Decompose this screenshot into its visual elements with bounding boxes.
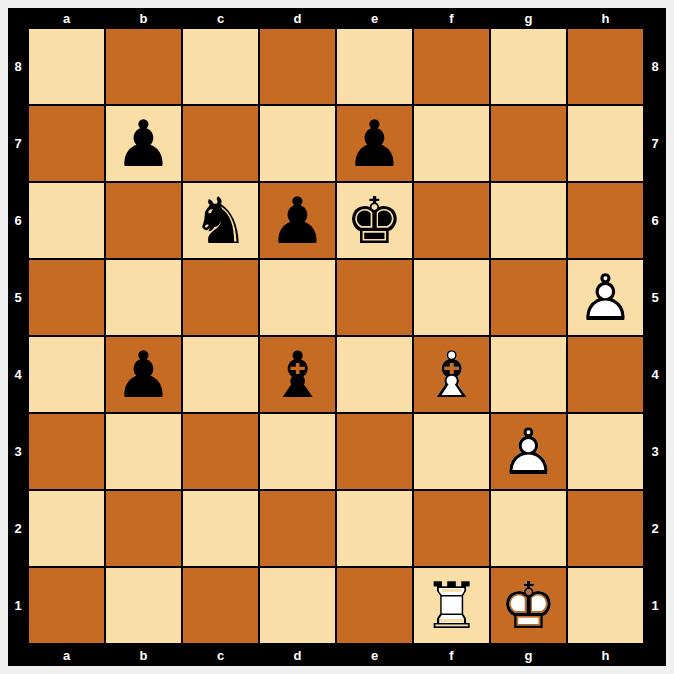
file-label-top-f: f — [413, 8, 490, 28]
square-e4[interactable] — [336, 336, 413, 413]
black-pawn-e7[interactable]: ♟ — [339, 108, 411, 180]
file-label-bottom-d: d — [259, 644, 336, 666]
white-king-g1[interactable]: ♚♔ — [493, 570, 565, 642]
square-g1[interactable]: ♚♔ — [490, 567, 567, 644]
square-c4[interactable] — [182, 336, 259, 413]
square-g6[interactable] — [490, 182, 567, 259]
file-label-top-a: a — [28, 8, 105, 28]
square-f5[interactable] — [413, 259, 490, 336]
file-label-bottom-f: f — [413, 644, 490, 666]
square-e8[interactable] — [336, 28, 413, 105]
file-label-top-c: c — [182, 8, 259, 28]
rank-label-left-2: 2 — [8, 490, 28, 567]
square-a1[interactable] — [28, 567, 105, 644]
file-label-bottom-h: h — [567, 644, 644, 666]
square-c5[interactable] — [182, 259, 259, 336]
file-label-bottom-g: g — [490, 644, 567, 666]
square-b8[interactable] — [105, 28, 182, 105]
square-c8[interactable] — [182, 28, 259, 105]
rank-label-right-2: 2 — [644, 490, 666, 567]
square-c1[interactable] — [182, 567, 259, 644]
square-a2[interactable] — [28, 490, 105, 567]
white-rook-f1[interactable]: ♜♖ — [416, 570, 488, 642]
white-pawn-g3[interactable]: ♟♙ — [493, 416, 565, 488]
square-g5[interactable] — [490, 259, 567, 336]
square-h8[interactable] — [567, 28, 644, 105]
black-bishop-d4[interactable]: ♝ — [262, 339, 334, 411]
square-g3[interactable]: ♟♙ — [490, 413, 567, 490]
square-c2[interactable] — [182, 490, 259, 567]
rank-label-right-5: 5 — [644, 259, 666, 336]
square-a6[interactable] — [28, 182, 105, 259]
black-pawn-icon: ♟ — [262, 185, 334, 257]
black-pawn-b4[interactable]: ♟ — [108, 339, 180, 411]
black-pawn-b7[interactable]: ♟ — [108, 108, 180, 180]
square-b2[interactable] — [105, 490, 182, 567]
file-label-bottom-e: e — [336, 644, 413, 666]
square-b7[interactable]: ♟ — [105, 105, 182, 182]
rank-label-right-3: 3 — [644, 413, 666, 490]
square-d6[interactable]: ♟ — [259, 182, 336, 259]
square-f6[interactable] — [413, 182, 490, 259]
black-king-e6[interactable]: ♚ — [339, 185, 411, 257]
square-c7[interactable] — [182, 105, 259, 182]
rank-label-left-1: 1 — [8, 567, 28, 644]
white-pawn-outline-icon: ♙ — [570, 262, 642, 334]
square-d7[interactable] — [259, 105, 336, 182]
file-label-bottom-a: a — [28, 644, 105, 666]
rank-label-right-8: 8 — [644, 28, 666, 105]
square-f3[interactable] — [413, 413, 490, 490]
square-f8[interactable] — [413, 28, 490, 105]
square-c6[interactable]: ♞ — [182, 182, 259, 259]
square-d4[interactable]: ♝ — [259, 336, 336, 413]
white-bishop-f4[interactable]: ♝♗ — [416, 339, 488, 411]
rank-label-left-5: 5 — [8, 259, 28, 336]
black-pawn-d6[interactable]: ♟ — [262, 185, 334, 257]
square-b4[interactable]: ♟ — [105, 336, 182, 413]
file-label-bottom-b: b — [105, 644, 182, 666]
square-e6[interactable]: ♚ — [336, 182, 413, 259]
white-pawn-h5[interactable]: ♟♙ — [570, 262, 642, 334]
white-king-icon: ♚ — [493, 570, 565, 642]
white-pawn-outline-icon: ♙ — [493, 416, 565, 488]
square-a7[interactable] — [28, 105, 105, 182]
square-e7[interactable]: ♟ — [336, 105, 413, 182]
rank-label-left-7: 7 — [8, 105, 28, 182]
white-pawn-icon: ♟ — [493, 416, 565, 488]
white-rook-outline-icon: ♖ — [416, 570, 488, 642]
square-h7[interactable] — [567, 105, 644, 182]
square-g8[interactable] — [490, 28, 567, 105]
chess-diagram-page: { "game": "chess", "position": { "fen": … — [0, 0, 674, 674]
square-d2[interactable] — [259, 490, 336, 567]
square-d8[interactable] — [259, 28, 336, 105]
square-g7[interactable] — [490, 105, 567, 182]
rank-label-left-8: 8 — [8, 28, 28, 105]
square-h1[interactable] — [567, 567, 644, 644]
square-c3[interactable] — [182, 413, 259, 490]
square-a8[interactable] — [28, 28, 105, 105]
white-king-outline-icon: ♔ — [493, 570, 565, 642]
white-bishop-outline-icon: ♗ — [416, 339, 488, 411]
square-h6[interactable] — [567, 182, 644, 259]
file-label-top-e: e — [336, 8, 413, 28]
rank-label-right-7: 7 — [644, 105, 666, 182]
square-f1[interactable]: ♜♖ — [413, 567, 490, 644]
rank-label-left-3: 3 — [8, 413, 28, 490]
square-h2[interactable] — [567, 490, 644, 567]
rank-label-left-6: 6 — [8, 182, 28, 259]
file-label-top-h: h — [567, 8, 644, 28]
square-g4[interactable] — [490, 336, 567, 413]
file-label-bottom-c: c — [182, 644, 259, 666]
square-h3[interactable] — [567, 413, 644, 490]
square-a3[interactable] — [28, 413, 105, 490]
square-b5[interactable] — [105, 259, 182, 336]
white-bishop-icon: ♝ — [416, 339, 488, 411]
square-a4[interactable] — [28, 336, 105, 413]
square-d3[interactable] — [259, 413, 336, 490]
black-knight-c6[interactable]: ♞ — [185, 185, 257, 257]
black-pawn-icon: ♟ — [339, 108, 411, 180]
square-b1[interactable] — [105, 567, 182, 644]
square-b3[interactable] — [105, 413, 182, 490]
square-f7[interactable] — [413, 105, 490, 182]
black-pawn-icon: ♟ — [108, 108, 180, 180]
file-label-top-g: g — [490, 8, 567, 28]
square-d5[interactable] — [259, 259, 336, 336]
square-e2[interactable] — [336, 490, 413, 567]
white-pawn-icon: ♟ — [570, 262, 642, 334]
black-king-icon: ♚ — [339, 185, 411, 257]
file-label-top-b: b — [105, 8, 182, 28]
square-h4[interactable] — [567, 336, 644, 413]
board-frame: aabbccddeeffgghh8877665544332211♟♟♞♟♚♟♙♟… — [8, 8, 666, 666]
black-bishop-icon: ♝ — [262, 339, 334, 411]
square-b6[interactable] — [105, 182, 182, 259]
square-e5[interactable] — [336, 259, 413, 336]
square-e3[interactable] — [336, 413, 413, 490]
rank-label-left-4: 4 — [8, 336, 28, 413]
square-f2[interactable] — [413, 490, 490, 567]
rank-label-right-1: 1 — [644, 567, 666, 644]
square-g2[interactable] — [490, 490, 567, 567]
square-e1[interactable] — [336, 567, 413, 644]
file-label-top-d: d — [259, 8, 336, 28]
rank-label-right-6: 6 — [644, 182, 666, 259]
square-d1[interactable] — [259, 567, 336, 644]
square-h5[interactable]: ♟♙ — [567, 259, 644, 336]
rank-label-right-4: 4 — [644, 336, 666, 413]
black-pawn-icon: ♟ — [108, 339, 180, 411]
square-a5[interactable] — [28, 259, 105, 336]
square-f4[interactable]: ♝♗ — [413, 336, 490, 413]
black-knight-icon: ♞ — [185, 185, 257, 257]
white-rook-icon: ♜ — [416, 570, 488, 642]
